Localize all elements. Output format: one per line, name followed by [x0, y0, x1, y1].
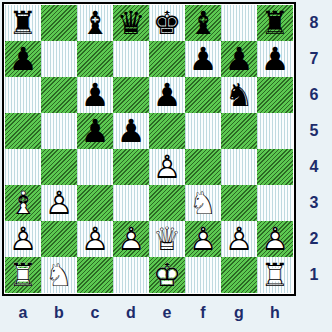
- square-c7[interactable]: [77, 41, 113, 77]
- black-pawn: ♟: [185, 41, 221, 77]
- square-f2[interactable]: ♟♙: [185, 221, 221, 257]
- square-g1[interactable]: [221, 257, 257, 293]
- black-pawn: ♟: [77, 77, 113, 113]
- square-g8[interactable]: [221, 5, 257, 41]
- square-h2[interactable]: ♟♙: [257, 221, 293, 257]
- rank-label-1: 1: [297, 257, 331, 293]
- rank-label-7: 7: [297, 41, 331, 77]
- square-e2[interactable]: ♛♕: [149, 221, 185, 257]
- chess-diagram: ♜♝♛♚♝♜♟♟♟♟♟♟♞♟♟♟♙♝♗♟♙♞♘♟♙♟♙♟♙♛♕♟♙♟♙♟♙♜♖♞…: [0, 0, 332, 332]
- white-pawn: ♟♙: [185, 221, 221, 257]
- square-d6[interactable]: [113, 77, 149, 113]
- black-pawn: ♟: [257, 41, 293, 77]
- black-piece-glyph: ♜: [257, 5, 293, 41]
- white-piece-outline-glyph: ♙: [77, 221, 113, 257]
- white-pawn: ♟♙: [77, 221, 113, 257]
- white-king: ♚♔: [149, 257, 185, 293]
- file-label-e: e: [149, 296, 185, 330]
- square-e6[interactable]: ♟: [149, 77, 185, 113]
- rank-label-4: 4: [297, 149, 331, 185]
- square-h8[interactable]: ♜: [257, 5, 293, 41]
- square-b5[interactable]: [41, 113, 77, 149]
- square-a4[interactable]: [5, 149, 41, 185]
- square-g4[interactable]: [221, 149, 257, 185]
- square-d7[interactable]: [113, 41, 149, 77]
- black-queen: ♛: [113, 5, 149, 41]
- black-piece-glyph: ♚: [149, 5, 185, 41]
- file-label-c: c: [77, 296, 113, 330]
- square-a2[interactable]: ♟♙: [5, 221, 41, 257]
- black-piece-glyph: ♟: [113, 113, 149, 149]
- black-pawn: ♟: [77, 113, 113, 149]
- white-piece-outline-glyph: ♖: [5, 257, 41, 293]
- white-piece-outline-glyph: ♖: [257, 257, 293, 293]
- square-g5[interactable]: [221, 113, 257, 149]
- rank-label-2: 2: [297, 221, 331, 257]
- square-b3[interactable]: ♟♙: [41, 185, 77, 221]
- file-labels: abcdefgh: [5, 296, 293, 330]
- black-piece-glyph: ♟: [77, 113, 113, 149]
- square-f4[interactable]: [185, 149, 221, 185]
- white-piece-outline-glyph: ♙: [257, 221, 293, 257]
- board: ♜♝♛♚♝♜♟♟♟♟♟♟♞♟♟♟♙♝♗♟♙♞♘♟♙♟♙♟♙♛♕♟♙♟♙♟♙♜♖♞…: [5, 5, 293, 293]
- black-knight: ♞: [221, 77, 257, 113]
- white-rook: ♜♖: [257, 257, 293, 293]
- black-piece-glyph: ♝: [185, 5, 221, 41]
- square-c5[interactable]: ♟: [77, 113, 113, 149]
- square-e7[interactable]: [149, 41, 185, 77]
- black-rook: ♜: [5, 5, 41, 41]
- square-b7[interactable]: [41, 41, 77, 77]
- square-a7[interactable]: ♟: [5, 41, 41, 77]
- square-d3[interactable]: [113, 185, 149, 221]
- square-b2[interactable]: [41, 221, 77, 257]
- white-knight: ♞♘: [185, 185, 221, 221]
- square-c4[interactable]: [77, 149, 113, 185]
- rank-label-6: 6: [297, 77, 331, 113]
- board-frame: ♜♝♛♚♝♜♟♟♟♟♟♟♞♟♟♟♙♝♗♟♙♞♘♟♙♟♙♟♙♛♕♟♙♟♙♟♙♜♖♞…: [2, 2, 296, 296]
- square-e5[interactable]: [149, 113, 185, 149]
- black-piece-glyph: ♟: [185, 41, 221, 77]
- square-f1[interactable]: [185, 257, 221, 293]
- black-pawn: ♟: [221, 41, 257, 77]
- black-piece-glyph: ♟: [149, 77, 185, 113]
- black-piece-glyph: ♜: [5, 5, 41, 41]
- rank-label-5: 5: [297, 113, 331, 149]
- square-e8[interactable]: ♚: [149, 5, 185, 41]
- file-label-h: h: [257, 296, 293, 330]
- white-knight: ♞♘: [41, 257, 77, 293]
- white-piece-outline-glyph: ♗: [5, 185, 41, 221]
- white-pawn: ♟♙: [113, 221, 149, 257]
- square-c1[interactable]: [77, 257, 113, 293]
- white-piece-outline-glyph: ♙: [5, 221, 41, 257]
- white-piece-outline-glyph: ♙: [149, 149, 185, 185]
- white-piece-outline-glyph: ♔: [149, 257, 185, 293]
- square-c6[interactable]: ♟: [77, 77, 113, 113]
- square-g3[interactable]: [221, 185, 257, 221]
- black-piece-glyph: ♛: [113, 5, 149, 41]
- white-pawn: ♟♙: [5, 221, 41, 257]
- white-queen: ♛♕: [149, 221, 185, 257]
- black-pawn: ♟: [5, 41, 41, 77]
- square-c2[interactable]: ♟♙: [77, 221, 113, 257]
- square-a1[interactable]: ♜♖: [5, 257, 41, 293]
- square-d5[interactable]: ♟: [113, 113, 149, 149]
- white-piece-outline-glyph: ♙: [185, 221, 221, 257]
- square-h7[interactable]: ♟: [257, 41, 293, 77]
- black-pawn: ♟: [113, 113, 149, 149]
- black-piece-glyph: ♟: [77, 77, 113, 113]
- white-piece-outline-glyph: ♕: [149, 221, 185, 257]
- square-e4[interactable]: ♟♙: [149, 149, 185, 185]
- square-e1[interactable]: ♚♔: [149, 257, 185, 293]
- white-pawn: ♟♙: [221, 221, 257, 257]
- file-label-a: a: [5, 296, 41, 330]
- white-piece-outline-glyph: ♘: [41, 257, 77, 293]
- white-bishop: ♝♗: [5, 185, 41, 221]
- black-king: ♚: [149, 5, 185, 41]
- square-a5[interactable]: [5, 113, 41, 149]
- black-piece-glyph: ♝: [77, 5, 113, 41]
- black-piece-glyph: ♟: [221, 41, 257, 77]
- white-piece-outline-glyph: ♘: [185, 185, 221, 221]
- square-d8[interactable]: ♛: [113, 5, 149, 41]
- white-pawn: ♟♙: [41, 185, 77, 221]
- file-label-f: f: [185, 296, 221, 330]
- square-c8[interactable]: ♝: [77, 5, 113, 41]
- black-bishop: ♝: [185, 5, 221, 41]
- square-h3[interactable]: [257, 185, 293, 221]
- black-piece-glyph: ♟: [257, 41, 293, 77]
- square-f3[interactable]: ♞♘: [185, 185, 221, 221]
- square-a3[interactable]: ♝♗: [5, 185, 41, 221]
- square-d1[interactable]: [113, 257, 149, 293]
- black-piece-glyph: ♞: [221, 77, 257, 113]
- rank-label-3: 3: [297, 185, 331, 221]
- white-piece-outline-glyph: ♙: [41, 185, 77, 221]
- rank-labels: 87654321: [297, 5, 331, 293]
- white-piece-outline-glyph: ♙: [221, 221, 257, 257]
- black-bishop: ♝: [77, 5, 113, 41]
- square-f6[interactable]: [185, 77, 221, 113]
- square-h4[interactable]: [257, 149, 293, 185]
- square-b4[interactable]: [41, 149, 77, 185]
- square-g7[interactable]: ♟: [221, 41, 257, 77]
- square-a6[interactable]: [5, 77, 41, 113]
- file-label-b: b: [41, 296, 77, 330]
- square-f8[interactable]: ♝: [185, 5, 221, 41]
- square-g2[interactable]: ♟♙: [221, 221, 257, 257]
- square-h5[interactable]: [257, 113, 293, 149]
- square-h1[interactable]: ♜♖: [257, 257, 293, 293]
- square-a8[interactable]: ♜: [5, 5, 41, 41]
- square-d4[interactable]: [113, 149, 149, 185]
- rank-label-8: 8: [297, 5, 331, 41]
- file-label-d: d: [113, 296, 149, 330]
- square-b6[interactable]: [41, 77, 77, 113]
- white-pawn: ♟♙: [257, 221, 293, 257]
- square-b1[interactable]: ♞♘: [41, 257, 77, 293]
- white-pawn: ♟♙: [149, 149, 185, 185]
- white-rook: ♜♖: [5, 257, 41, 293]
- square-h6[interactable]: [257, 77, 293, 113]
- square-c3[interactable]: [77, 185, 113, 221]
- square-g6[interactable]: ♞: [221, 77, 257, 113]
- square-b8[interactable]: [41, 5, 77, 41]
- square-d2[interactable]: ♟♙: [113, 221, 149, 257]
- black-rook: ♜: [257, 5, 293, 41]
- file-label-g: g: [221, 296, 257, 330]
- black-piece-glyph: ♟: [5, 41, 41, 77]
- square-e3[interactable]: [149, 185, 185, 221]
- square-f7[interactable]: ♟: [185, 41, 221, 77]
- square-f5[interactable]: [185, 113, 221, 149]
- black-pawn: ♟: [149, 77, 185, 113]
- white-piece-outline-glyph: ♙: [113, 221, 149, 257]
